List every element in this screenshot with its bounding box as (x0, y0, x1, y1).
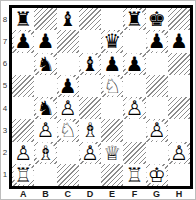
file-label-a: A (12, 188, 34, 200)
square-b2[interactable]: ♗ (34, 142, 56, 164)
white-bishop: ♗ (35, 142, 56, 163)
square-c5[interactable]: ♟ (57, 75, 79, 97)
square-g4[interactable] (146, 97, 168, 119)
rank-label-1: 1 (1, 164, 9, 186)
file-label-d: D (79, 188, 101, 200)
square-d2[interactable]: ♙ (79, 142, 101, 164)
square-c7[interactable] (57, 30, 79, 52)
square-f5[interactable] (123, 75, 145, 97)
square-e6[interactable]: ♟ (101, 53, 123, 75)
rank-label-2: 2 (1, 142, 9, 164)
rank-label-6: 6 (1, 53, 9, 75)
square-h2[interactable]: ♙ (168, 142, 190, 164)
square-a2[interactable]: ♙ (12, 142, 34, 164)
square-c3[interactable]: ♘ (57, 119, 79, 141)
square-h6[interactable] (168, 53, 190, 75)
rank-label-4: 4 (1, 97, 9, 119)
square-a4[interactable] (12, 97, 34, 119)
black-bishop: ♝ (79, 53, 100, 74)
black-pawn: ♟ (146, 31, 167, 52)
rank-labels: 87654321 (1, 8, 9, 186)
rank-label-5: 5 (1, 75, 9, 97)
rank-label-3: 3 (1, 119, 9, 141)
square-d3[interactable]: ♗ (79, 119, 101, 141)
square-e2[interactable]: ♕ (101, 142, 123, 164)
square-d4[interactable] (79, 97, 101, 119)
square-h3[interactable] (168, 119, 190, 141)
black-queen: ♛ (102, 31, 123, 52)
black-pawn: ♟ (13, 31, 34, 52)
black-rook: ♜ (13, 9, 34, 30)
square-b6[interactable]: ♞ (34, 53, 56, 75)
black-rook: ♜ (124, 9, 145, 30)
white-pawn: ♙ (35, 120, 56, 141)
square-c6[interactable] (57, 53, 79, 75)
square-h5[interactable] (168, 75, 190, 97)
white-knight: ♘ (57, 120, 78, 141)
white-knight: ♘ (102, 75, 123, 96)
square-d5[interactable] (79, 75, 101, 97)
file-label-b: B (34, 188, 56, 200)
square-c8[interactable]: ♝ (57, 8, 79, 30)
square-a5[interactable] (12, 75, 34, 97)
square-d6[interactable]: ♝ (79, 53, 101, 75)
square-b4[interactable]: ♞ (34, 97, 56, 119)
square-h1[interactable] (168, 164, 190, 186)
square-g5[interactable] (146, 75, 168, 97)
square-d7[interactable] (79, 30, 101, 52)
square-d8[interactable] (79, 8, 101, 30)
square-f3[interactable] (123, 119, 145, 141)
file-label-g: G (146, 188, 168, 200)
black-king: ♚ (146, 9, 167, 30)
square-c2[interactable] (57, 142, 79, 164)
file-label-e: E (101, 188, 123, 200)
square-g2[interactable] (146, 142, 168, 164)
white-pawn: ♙ (168, 142, 189, 163)
square-c4[interactable]: ♙ (57, 97, 79, 119)
black-pawn: ♟ (102, 53, 123, 74)
square-h4[interactable] (168, 97, 190, 119)
square-f7[interactable] (123, 30, 145, 52)
square-b5[interactable] (34, 75, 56, 97)
square-a8[interactable]: ♜ (12, 8, 34, 30)
square-b1[interactable] (34, 164, 56, 186)
file-labels: ABCDEFGH (12, 188, 190, 200)
black-pawn: ♟ (124, 53, 145, 74)
square-e3[interactable] (101, 119, 123, 141)
square-b3[interactable]: ♙ (34, 119, 56, 141)
file-label-f: F (123, 188, 145, 200)
rank-label-8: 8 (1, 8, 9, 30)
white-rook: ♖ (124, 164, 145, 185)
square-c1[interactable] (57, 164, 79, 186)
rank-label-7: 7 (1, 30, 9, 52)
square-a3[interactable] (12, 119, 34, 141)
black-pawn: ♟ (57, 75, 78, 96)
square-e4[interactable] (101, 97, 123, 119)
square-a6[interactable] (12, 53, 34, 75)
square-h7[interactable]: ♟ (168, 30, 190, 52)
square-f1[interactable]: ♖ (123, 164, 145, 186)
square-g7[interactable]: ♟ (146, 30, 168, 52)
white-pawn: ♙ (79, 142, 100, 163)
square-f8[interactable]: ♜ (123, 8, 145, 30)
chess-diagram: 87654321 ♜♝♜♚♟♟♛♟♟♞♝♟♟♟♘♞♙♙♙♘♗♙♙♗♙♕♙♖♖♔ … (0, 0, 196, 200)
square-h8[interactable] (168, 8, 190, 30)
black-pawn: ♟ (168, 31, 189, 52)
black-knight: ♞ (35, 53, 56, 74)
square-e5[interactable]: ♘ (101, 75, 123, 97)
square-f6[interactable]: ♟ (123, 53, 145, 75)
white-king: ♔ (146, 164, 167, 185)
square-e8[interactable] (101, 8, 123, 30)
white-pawn: ♙ (124, 98, 145, 119)
square-b8[interactable] (34, 8, 56, 30)
file-label-h: H (168, 188, 190, 200)
black-knight: ♞ (35, 98, 56, 119)
white-pawn: ♙ (146, 120, 167, 141)
white-pawn: ♙ (13, 142, 34, 163)
square-f4[interactable]: ♙ (123, 97, 145, 119)
white-queen: ♕ (102, 142, 123, 163)
black-pawn: ♟ (35, 31, 56, 52)
black-bishop: ♝ (57, 9, 78, 30)
white-rook: ♖ (13, 164, 34, 185)
square-f2[interactable] (123, 142, 145, 164)
square-e7[interactable]: ♛ (101, 30, 123, 52)
square-g3[interactable]: ♙ (146, 119, 168, 141)
square-g6[interactable] (146, 53, 168, 75)
white-bishop: ♗ (79, 120, 100, 141)
square-e1[interactable] (101, 164, 123, 186)
square-g8[interactable]: ♚ (146, 8, 168, 30)
square-a1[interactable]: ♖ (12, 164, 34, 186)
square-d1[interactable] (79, 164, 101, 186)
file-label-c: C (57, 188, 79, 200)
square-g1[interactable]: ♔ (146, 164, 168, 186)
white-pawn: ♙ (57, 98, 78, 119)
square-b7[interactable]: ♟ (34, 30, 56, 52)
square-a7[interactable]: ♟ (12, 30, 34, 52)
chess-board: ♜♝♜♚♟♟♛♟♟♞♝♟♟♟♘♞♙♙♙♘♗♙♙♗♙♕♙♖♖♔ (9, 5, 193, 189)
